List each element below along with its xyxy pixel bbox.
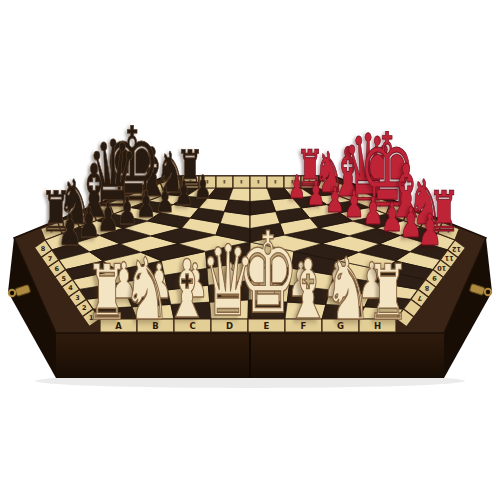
black-pawn[interactable]: ♟ xyxy=(33,206,107,250)
white-knight[interactable]: ♞ xyxy=(311,243,385,329)
product-photo-three-player-chess: ABCDEFGH12345678121110987 ♜♞♝♛♚♝♞♜♟♟♟♟♟♟… xyxy=(0,0,500,500)
rank-strip-right-label: 10 xyxy=(437,264,447,272)
rank-strip-far-tick xyxy=(241,180,243,184)
rank-strip-right-label: 9 xyxy=(432,274,437,282)
white-knight[interactable]: ♞ xyxy=(110,243,184,329)
rank-strip-left-label: 7 xyxy=(48,255,53,263)
box-fold-seam xyxy=(249,333,251,378)
rank-strip-left-label: 5 xyxy=(61,275,66,283)
rank-strip-right-label: 11 xyxy=(444,254,454,262)
rank-strip-left-label: 6 xyxy=(55,265,60,273)
red-pawn[interactable]: ♟ xyxy=(393,206,467,250)
